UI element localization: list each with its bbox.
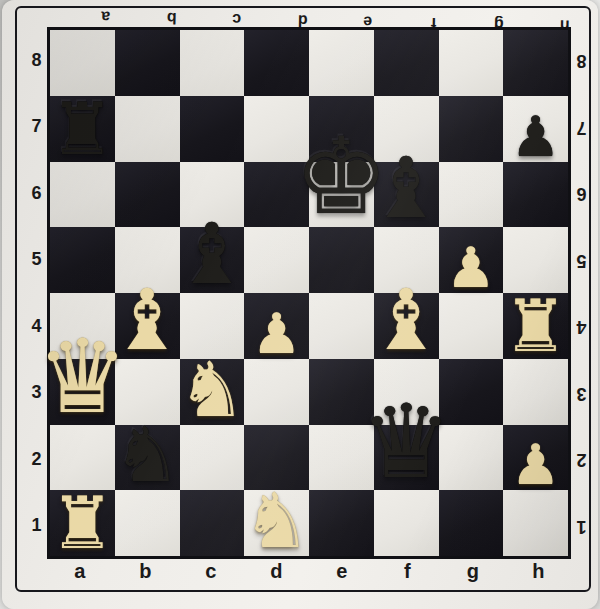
square-f4[interactable]: ♝ <box>374 293 439 359</box>
rank-label-right-7: 7 <box>571 94 592 161</box>
square-a1[interactable]: ♜ <box>50 490 115 556</box>
square-b8[interactable] <box>115 30 180 96</box>
square-h1[interactable] <box>503 490 568 556</box>
square-c1[interactable] <box>180 490 245 556</box>
square-g8[interactable] <box>439 30 504 96</box>
square-h8[interactable] <box>503 30 568 96</box>
rank-labels-left: 87654321 <box>26 27 47 559</box>
square-c8[interactable] <box>180 30 245 96</box>
piece-white-pawn-d4[interactable]: ♟ <box>252 306 302 362</box>
square-e8[interactable] <box>309 30 374 96</box>
square-e4[interactable] <box>309 293 374 359</box>
rank-labels-right: 87654321 <box>571 27 592 559</box>
square-d8[interactable] <box>244 30 309 96</box>
square-e6[interactable]: ♚ <box>309 162 374 228</box>
piece-white-rook-a1[interactable]: ♜ <box>50 487 115 559</box>
square-b7[interactable] <box>115 96 180 162</box>
piece-white-knight-c3[interactable]: ♞ <box>178 352 246 428</box>
square-d1[interactable]: ♞ <box>244 490 309 556</box>
rank-label-left-5: 5 <box>26 227 47 294</box>
square-b2[interactable]: ♞ <box>115 425 180 491</box>
rank-label-right-5: 5 <box>571 227 592 294</box>
square-f8[interactable] <box>374 30 439 96</box>
square-g7[interactable] <box>439 96 504 162</box>
rank-label-right-6: 6 <box>571 160 592 227</box>
square-g6[interactable] <box>439 162 504 228</box>
piece-black-bishop-c5[interactable]: ♝ <box>174 212 249 296</box>
rank-label-left-6: 6 <box>26 160 47 227</box>
file-label-top-a: a <box>73 5 139 28</box>
square-b1[interactable] <box>115 490 180 556</box>
piece-black-pawn-h7[interactable]: ♟ <box>511 109 561 165</box>
piece-white-pawn-h2[interactable]: ♟ <box>511 437 561 493</box>
piece-black-queen-f2[interactable]: ♛ <box>360 391 451 493</box>
square-f6[interactable]: ♝ <box>374 162 439 228</box>
rank-label-right-8: 8 <box>571 27 592 94</box>
square-h3[interactable] <box>503 359 568 425</box>
chess-board: ♜♟♚♝♝♟♝♟♝♜♛♞♞♛♟♜♞ <box>47 27 571 559</box>
rank-label-left-1: 1 <box>26 493 47 560</box>
piece-black-knight-b2[interactable]: ♞ <box>113 417 181 493</box>
square-g5[interactable]: ♟ <box>439 227 504 293</box>
square-h7[interactable]: ♟ <box>503 96 568 162</box>
square-d3[interactable] <box>244 359 309 425</box>
rank-label-left-7: 7 <box>26 94 47 161</box>
file-label-bottom-e: e <box>309 558 375 584</box>
square-c3[interactable]: ♞ <box>180 359 245 425</box>
square-h6[interactable] <box>503 162 568 228</box>
rank-label-right-1: 1 <box>571 493 592 560</box>
square-c2[interactable] <box>180 425 245 491</box>
rank-label-right-2: 2 <box>571 426 592 493</box>
piece-white-pawn-g5[interactable]: ♟ <box>446 240 496 296</box>
chess-mat: abcdefgh 87654321 87654321 abcdefgh ♜♟♚♝… <box>2 0 598 609</box>
piece-black-bishop-f6[interactable]: ♝ <box>368 146 443 230</box>
square-c7[interactable] <box>180 96 245 162</box>
piece-white-bishop-f4[interactable]: ♝ <box>368 278 443 362</box>
rank-label-left-2: 2 <box>26 426 47 493</box>
rank-label-left-8: 8 <box>26 27 47 94</box>
square-a5[interactable] <box>50 227 115 293</box>
square-d4[interactable]: ♟ <box>244 293 309 359</box>
square-h2[interactable]: ♟ <box>503 425 568 491</box>
square-a7[interactable]: ♜ <box>50 96 115 162</box>
file-label-bottom-b: b <box>113 558 179 584</box>
square-g4[interactable] <box>439 293 504 359</box>
square-c5[interactable]: ♝ <box>180 227 245 293</box>
square-h4[interactable]: ♜ <box>503 293 568 359</box>
rank-label-right-4: 4 <box>571 293 592 360</box>
square-a6[interactable] <box>50 162 115 228</box>
rank-label-right-3: 3 <box>571 360 592 427</box>
file-label-bottom-c: c <box>178 558 244 584</box>
piece-black-rook-a7[interactable]: ♜ <box>50 93 115 165</box>
piece-white-rook-h4[interactable]: ♜ <box>503 290 568 362</box>
file-label-bottom-f: f <box>375 558 441 584</box>
square-b6[interactable] <box>115 162 180 228</box>
file-label-bottom-g: g <box>440 558 506 584</box>
piece-white-knight-d1[interactable]: ♞ <box>243 483 311 559</box>
square-a3[interactable]: ♛ <box>50 359 115 425</box>
file-label-bottom-h: h <box>506 558 572 584</box>
square-f2[interactable]: ♛ <box>374 425 439 491</box>
